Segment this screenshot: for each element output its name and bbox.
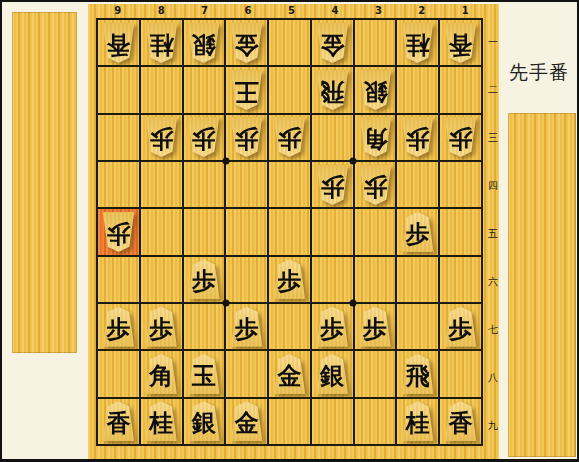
board-grid: 香桂銀金金桂香王飛銀歩歩歩歩角歩歩歩歩歩歩歩歩歩歩歩歩歩歩角玉金銀飛香桂銀金桂香 [96,18,483,446]
rank-label-1: 一 [487,18,499,66]
piece-kanji: 歩 [101,307,136,347]
file-label-5: 5 [270,4,313,18]
square-9-8[interactable] [98,351,139,396]
file-label-6: 6 [226,4,269,18]
gote-piece-香[interactable]: 香 [101,23,136,63]
square-5-9[interactable] [269,399,310,444]
piece-kanji: 王 [229,70,264,110]
square-3-2[interactable]: 銀 [355,67,396,112]
square-4-8[interactable]: 銀 [312,351,353,396]
sente-piece-歩[interactable]: 歩 [358,307,393,347]
square-8-2[interactable] [141,67,182,112]
star-point-3 [222,299,229,306]
square-2-9[interactable]: 桂 [397,399,438,444]
square-7-4[interactable] [184,162,225,207]
square-3-6[interactable] [355,257,396,302]
square-6-4[interactable] [226,162,267,207]
piece-kanji: 銀 [358,70,393,110]
square-4-5[interactable] [312,209,353,254]
gote-piece-銀[interactable]: 銀 [186,23,221,63]
square-5-4[interactable] [269,162,310,207]
square-8-8[interactable]: 角 [141,351,182,396]
file-label-3: 3 [357,4,400,18]
gote-piece-歩[interactable]: 歩 [315,165,350,205]
square-2-2[interactable] [397,67,438,112]
gote-piece-歩[interactable]: 歩 [144,117,179,157]
square-1-5[interactable] [440,209,481,254]
square-1-8[interactable] [440,351,481,396]
gote-piece-香[interactable]: 香 [443,23,478,63]
piece-kanji: 銀 [315,354,350,394]
square-1-7[interactable]: 歩 [440,304,481,349]
square-5-2[interactable] [269,67,310,112]
square-3-3[interactable]: 角 [355,115,396,160]
piece-kanji: 桂 [400,23,435,63]
piece-kanji: 歩 [272,117,307,157]
square-2-8[interactable]: 飛 [397,351,438,396]
sente-piece-歩[interactable]: 歩 [101,307,136,347]
square-4-6[interactable] [312,257,353,302]
square-7-5[interactable] [184,209,225,254]
piece-kanji: 角 [144,354,179,394]
sente-piece-銀[interactable]: 銀 [186,401,221,441]
square-7-6[interactable]: 歩 [184,257,225,302]
piece-kanji: 桂 [144,401,179,441]
rank-label-3: 三 [487,114,499,162]
square-6-1[interactable]: 金 [226,20,267,65]
square-8-5[interactable] [141,209,182,254]
rank-label-9: 九 [487,402,499,450]
piece-kanji: 桂 [144,23,179,63]
square-8-7[interactable]: 歩 [141,304,182,349]
sente-piece-歩[interactable]: 歩 [144,307,179,347]
piece-kanji: 歩 [186,259,221,299]
piece-kanji: 角 [358,117,393,157]
rank-label-2: 二 [487,66,499,114]
gote-piece-飛[interactable]: 飛 [315,70,350,110]
square-8-1[interactable]: 桂 [141,20,182,65]
sente-piece-飛[interactable]: 飛 [400,354,435,394]
piece-kanji: 玉 [186,354,221,394]
square-3-4[interactable]: 歩 [355,162,396,207]
square-6-7[interactable]: 歩 [226,304,267,349]
piece-kanji: 香 [443,23,478,63]
piece-kanji: 歩 [358,307,393,347]
turn-indicator: 先手番 [509,60,569,86]
sente-piece-歩[interactable]: 歩 [400,212,435,252]
square-9-4[interactable] [98,162,139,207]
piece-kanji: 歩 [443,307,478,347]
square-4-2[interactable]: 飛 [312,67,353,112]
sente-piece-玉[interactable]: 玉 [186,354,221,394]
piece-kanji: 飛 [315,70,350,110]
sente-piece-香[interactable]: 香 [443,401,478,441]
sente-piece-銀[interactable]: 銀 [315,354,350,394]
square-8-9[interactable]: 桂 [141,399,182,444]
square-9-3[interactable] [98,115,139,160]
piece-kanji: 桂 [400,401,435,441]
square-6-3[interactable]: 歩 [226,115,267,160]
file-label-2: 2 [400,4,443,18]
square-6-9[interactable]: 金 [226,399,267,444]
square-8-3[interactable]: 歩 [141,115,182,160]
square-7-3[interactable]: 歩 [184,115,225,160]
sente-piece-歩[interactable]: 歩 [315,307,350,347]
piece-kanji: 銀 [186,401,221,441]
square-9-1[interactable]: 香 [98,20,139,65]
sente-piece-歩[interactable]: 歩 [272,259,307,299]
piece-kanji: 金 [229,23,264,63]
piece-kanji: 歩 [186,117,221,157]
piece-kanji: 歩 [101,212,136,252]
shogi-app-window: 987654321 香桂銀金金桂香王飛銀歩歩歩歩角歩歩歩歩歩歩歩歩歩歩歩歩歩歩角… [0,0,579,462]
gote-piece-歩[interactable]: 歩 [272,117,307,157]
gote-piece-銀[interactable]: 銀 [358,70,393,110]
rank-coordinate-labels: 一二三四五六七八九 [487,18,499,450]
piece-kanji: 金 [229,401,264,441]
rank-label-8: 八 [487,354,499,402]
piece-kanji: 歩 [358,165,393,205]
square-7-8[interactable]: 玉 [184,351,225,396]
piece-kanji: 歩 [144,117,179,157]
gote-piece-歩[interactable]: 歩 [400,117,435,157]
piece-kanji: 歩 [229,117,264,157]
square-4-7[interactable]: 歩 [312,304,353,349]
square-9-2[interactable] [98,67,139,112]
gote-piece-桂[interactable]: 桂 [400,23,435,63]
square-2-1[interactable]: 桂 [397,20,438,65]
piece-kanji: 歩 [443,117,478,157]
sente-piece-角[interactable]: 角 [144,354,179,394]
file-label-8: 8 [139,4,182,18]
piece-kanji: 銀 [186,23,221,63]
square-4-1[interactable]: 金 [312,20,353,65]
square-9-6[interactable] [98,257,139,302]
sente-piece-桂[interactable]: 桂 [400,401,435,441]
square-6-5[interactable] [226,209,267,254]
gote-piece-歩[interactable]: 歩 [186,117,221,157]
sente-piece-金[interactable]: 金 [229,401,264,441]
square-3-1[interactable] [355,20,396,65]
gote-piece-stand[interactable] [12,12,77,353]
sente-piece-香[interactable]: 香 [101,401,136,441]
gote-piece-王[interactable]: 王 [229,70,264,110]
gote-piece-歩[interactable]: 歩 [358,165,393,205]
square-1-3[interactable]: 歩 [440,115,481,160]
square-9-5[interactable]: 歩 [98,209,139,254]
square-1-4[interactable] [440,162,481,207]
gote-piece-金[interactable]: 金 [229,23,264,63]
piece-kanji: 歩 [315,165,350,205]
square-1-2[interactable] [440,67,481,112]
gote-piece-金[interactable]: 金 [315,23,350,63]
square-8-6[interactable] [141,257,182,302]
piece-kanji: 歩 [229,307,264,347]
square-7-7[interactable] [184,304,225,349]
square-3-7[interactable]: 歩 [355,304,396,349]
piece-kanji: 歩 [400,212,435,252]
square-5-8[interactable]: 金 [269,351,310,396]
star-point-4 [350,299,357,306]
square-5-6[interactable]: 歩 [269,257,310,302]
square-4-9[interactable] [312,399,353,444]
piece-kanji: 香 [101,401,136,441]
square-5-7[interactable] [269,304,310,349]
rank-label-7: 七 [487,306,499,354]
square-2-7[interactable] [397,304,438,349]
square-3-5[interactable] [355,209,396,254]
sente-piece-金[interactable]: 金 [272,354,307,394]
piece-kanji: 歩 [315,307,350,347]
square-5-3[interactable]: 歩 [269,115,310,160]
sente-piece-桂[interactable]: 桂 [144,401,179,441]
piece-kanji: 飛 [400,354,435,394]
gote-piece-歩[interactable]: 歩 [443,117,478,157]
sente-piece-stand[interactable] [508,113,576,457]
square-9-9[interactable]: 香 [98,399,139,444]
sente-piece-歩[interactable]: 歩 [186,259,221,299]
square-6-6[interactable] [226,257,267,302]
file-coordinate-labels: 987654321 [96,4,487,18]
gote-piece-歩[interactable]: 歩 [101,212,136,252]
piece-kanji: 金 [272,354,307,394]
gote-piece-桂[interactable]: 桂 [144,23,179,63]
square-2-3[interactable]: 歩 [397,115,438,160]
gote-piece-角[interactable]: 角 [358,117,393,157]
square-1-9[interactable]: 香 [440,399,481,444]
gote-piece-歩[interactable]: 歩 [229,117,264,157]
sente-piece-歩[interactable]: 歩 [229,307,264,347]
square-1-6[interactable] [440,257,481,302]
file-label-7: 7 [183,4,226,18]
piece-kanji: 香 [443,401,478,441]
piece-kanji: 歩 [400,117,435,157]
file-label-1: 1 [444,4,487,18]
rank-label-6: 六 [487,258,499,306]
square-3-9[interactable] [355,399,396,444]
rank-label-5: 五 [487,210,499,258]
square-6-8[interactable] [226,351,267,396]
piece-kanji: 歩 [272,259,307,299]
square-9-7[interactable]: 歩 [98,304,139,349]
square-4-4[interactable]: 歩 [312,162,353,207]
square-7-1[interactable]: 銀 [184,20,225,65]
shogi-board: 987654321 香桂銀金金桂香王飛銀歩歩歩歩角歩歩歩歩歩歩歩歩歩歩歩歩歩歩角… [88,4,499,459]
piece-kanji: 歩 [144,307,179,347]
square-5-5[interactable] [269,209,310,254]
file-label-4: 4 [313,4,356,18]
square-3-8[interactable] [355,351,396,396]
star-point-1 [222,158,229,165]
rank-label-4: 四 [487,162,499,210]
square-4-3[interactable] [312,115,353,160]
piece-kanji: 香 [101,23,136,63]
sente-piece-歩[interactable]: 歩 [443,307,478,347]
square-6-2[interactable]: 王 [226,67,267,112]
square-8-4[interactable] [141,162,182,207]
square-7-2[interactable] [184,67,225,112]
file-label-9: 9 [96,4,139,18]
square-2-5[interactable]: 歩 [397,209,438,254]
square-7-9[interactable]: 銀 [184,399,225,444]
star-point-2 [350,158,357,165]
square-5-1[interactable] [269,20,310,65]
square-2-6[interactable] [397,257,438,302]
square-1-1[interactable]: 香 [440,20,481,65]
piece-kanji: 金 [315,23,350,63]
square-2-4[interactable] [397,162,438,207]
